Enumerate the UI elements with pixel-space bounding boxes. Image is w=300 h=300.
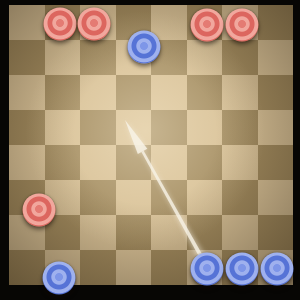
board-cell[interactable] <box>151 215 187 250</box>
board-cell[interactable] <box>9 250 45 285</box>
board-cell[interactable] <box>45 145 81 180</box>
board-cell[interactable] <box>9 5 45 40</box>
board-cell[interactable] <box>222 215 258 250</box>
board-cell[interactable] <box>116 180 152 215</box>
board-cell[interactable] <box>151 250 187 285</box>
board-cell[interactable] <box>258 145 294 180</box>
board-cell[interactable] <box>258 75 294 110</box>
board-cell[interactable] <box>9 110 45 145</box>
board-cell[interactable] <box>222 180 258 215</box>
board-cell[interactable] <box>187 40 223 75</box>
board-cell[interactable] <box>258 110 294 145</box>
board-cell[interactable] <box>45 75 81 110</box>
checker-red[interactable] <box>78 8 111 41</box>
board-cell[interactable] <box>9 40 45 75</box>
board-cell[interactable] <box>80 215 116 250</box>
board-cell[interactable] <box>80 250 116 285</box>
game-stage <box>0 0 300 300</box>
board-cell[interactable] <box>151 5 187 40</box>
checker-blue[interactable] <box>226 253 259 286</box>
checker-blue[interactable] <box>128 31 161 64</box>
board-cell[interactable] <box>151 145 187 180</box>
checker-blue[interactable] <box>261 253 294 286</box>
board-cell[interactable] <box>45 40 81 75</box>
board-cell[interactable] <box>151 110 187 145</box>
checker-red[interactable] <box>191 9 224 42</box>
board-cell[interactable] <box>116 75 152 110</box>
board-cell[interactable] <box>80 145 116 180</box>
board-cell[interactable] <box>258 40 294 75</box>
board-cell[interactable] <box>80 75 116 110</box>
board-cell[interactable] <box>151 75 187 110</box>
checker-red[interactable] <box>23 194 56 227</box>
board-cell[interactable] <box>222 145 258 180</box>
checker-red[interactable] <box>226 9 259 42</box>
board-cell[interactable] <box>187 180 223 215</box>
board-cell[interactable] <box>222 110 258 145</box>
board-cell[interactable] <box>116 250 152 285</box>
board-cell[interactable] <box>187 75 223 110</box>
board-cell[interactable] <box>116 110 152 145</box>
board-cell[interactable] <box>9 75 45 110</box>
board-cell[interactable] <box>9 145 45 180</box>
board-cell[interactable] <box>187 215 223 250</box>
board-cell[interactable] <box>116 145 152 180</box>
board-cell[interactable] <box>45 110 81 145</box>
board-cell[interactable] <box>80 180 116 215</box>
board-cell[interactable] <box>187 110 223 145</box>
board-cell[interactable] <box>80 40 116 75</box>
checker-blue[interactable] <box>191 253 224 286</box>
board-cell[interactable] <box>151 180 187 215</box>
board-cell[interactable] <box>187 145 223 180</box>
board-cell[interactable] <box>258 5 294 40</box>
board-cell[interactable] <box>80 110 116 145</box>
board-cell[interactable] <box>258 215 294 250</box>
checker-red[interactable] <box>44 8 77 41</box>
checker-blue[interactable] <box>43 262 76 295</box>
board-cell[interactable] <box>258 180 294 215</box>
board-cell[interactable] <box>116 215 152 250</box>
board-cell[interactable] <box>222 75 258 110</box>
board-cell[interactable] <box>222 40 258 75</box>
